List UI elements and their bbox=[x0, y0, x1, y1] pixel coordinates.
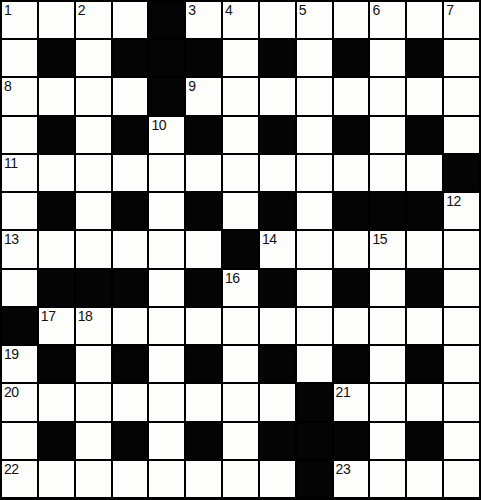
grid-cell[interactable] bbox=[444, 270, 479, 306]
grid-cell[interactable] bbox=[39, 2, 74, 38]
clue-number: 17 bbox=[41, 308, 56, 324]
block-cell bbox=[260, 40, 295, 76]
grid-cell[interactable] bbox=[223, 423, 258, 459]
block-cell bbox=[297, 461, 332, 497]
grid-cell[interactable] bbox=[407, 2, 442, 38]
grid-cell[interactable] bbox=[113, 461, 148, 497]
grid-cell[interactable] bbox=[113, 2, 148, 38]
grid-cell[interactable] bbox=[297, 346, 332, 382]
block-cell bbox=[149, 2, 184, 38]
clue-number: 13 bbox=[4, 231, 19, 247]
grid-cell[interactable] bbox=[39, 78, 74, 114]
clue-number: 16 bbox=[225, 270, 240, 286]
grid-cell[interactable] bbox=[444, 78, 479, 114]
grid-cell[interactable] bbox=[149, 423, 184, 459]
clue-number: 11 bbox=[4, 155, 18, 171]
grid-cell[interactable] bbox=[39, 231, 74, 267]
grid-cell[interactable] bbox=[149, 155, 184, 191]
grid-cell[interactable] bbox=[76, 423, 111, 459]
grid-cell[interactable] bbox=[370, 423, 405, 459]
block-cell bbox=[260, 270, 295, 306]
grid-cell[interactable] bbox=[39, 384, 74, 420]
block-cell bbox=[113, 346, 148, 382]
clue-number: 1 bbox=[4, 2, 11, 18]
grid-cell[interactable] bbox=[186, 384, 221, 420]
grid-cell[interactable] bbox=[297, 40, 332, 76]
clue-number: 4 bbox=[225, 2, 232, 18]
clue-number: 12 bbox=[446, 193, 461, 209]
block-cell bbox=[113, 40, 148, 76]
grid-cell[interactable] bbox=[444, 117, 479, 153]
grid-cell[interactable] bbox=[260, 2, 295, 38]
grid-cell[interactable] bbox=[223, 308, 258, 344]
block-cell bbox=[260, 193, 295, 229]
block-cell bbox=[113, 117, 148, 153]
grid-cell[interactable] bbox=[370, 155, 405, 191]
clue-number: 20 bbox=[4, 384, 19, 400]
grid-cell[interactable] bbox=[76, 40, 111, 76]
block-cell bbox=[334, 346, 369, 382]
grid-cell[interactable] bbox=[2, 40, 37, 76]
grid-cell[interactable] bbox=[2, 423, 37, 459]
block-cell bbox=[334, 40, 369, 76]
grid-cell[interactable]: 8 bbox=[2, 78, 37, 114]
block-cell bbox=[334, 270, 369, 306]
grid-cell[interactable] bbox=[334, 308, 369, 344]
grid-cell[interactable] bbox=[76, 346, 111, 382]
block-cell bbox=[186, 117, 221, 153]
grid-cell[interactable]: 4 bbox=[223, 2, 258, 38]
grid-cell[interactable] bbox=[444, 423, 479, 459]
grid-cell[interactable]: 19 bbox=[2, 346, 37, 382]
block-cell bbox=[39, 40, 74, 76]
block-cell bbox=[407, 270, 442, 306]
grid-cell[interactable] bbox=[370, 78, 405, 114]
block-cell bbox=[444, 155, 479, 191]
grid-cell[interactable] bbox=[297, 193, 332, 229]
block-cell bbox=[186, 423, 221, 459]
crossword-page: 1234567891011121314151617181920212223 bbox=[0, 0, 481, 500]
grid-cell[interactable] bbox=[186, 231, 221, 267]
grid-cell[interactable] bbox=[223, 384, 258, 420]
clue-number: 5 bbox=[299, 2, 306, 18]
block-cell bbox=[149, 78, 184, 114]
grid-cell[interactable] bbox=[260, 461, 295, 497]
grid-cell[interactable]: 16 bbox=[223, 270, 258, 306]
grid-cell[interactable] bbox=[297, 308, 332, 344]
grid-cell[interactable] bbox=[223, 40, 258, 76]
grid-cell[interactable]: 11 bbox=[2, 155, 37, 191]
grid-cell[interactable] bbox=[370, 270, 405, 306]
grid-cell[interactable] bbox=[76, 193, 111, 229]
grid-cell[interactable] bbox=[370, 461, 405, 497]
grid-cell[interactable] bbox=[407, 231, 442, 267]
grid-cell[interactable] bbox=[2, 193, 37, 229]
block-cell bbox=[407, 346, 442, 382]
grid-cell[interactable] bbox=[149, 308, 184, 344]
grid-cell[interactable] bbox=[186, 461, 221, 497]
clue-number: 6 bbox=[372, 2, 379, 18]
block-cell bbox=[334, 423, 369, 459]
grid-cell[interactable]: 1 bbox=[2, 2, 37, 38]
grid-cell[interactable] bbox=[444, 384, 479, 420]
block-cell bbox=[39, 193, 74, 229]
grid-cell[interactable] bbox=[76, 155, 111, 191]
grid-cell[interactable]: 2 bbox=[76, 2, 111, 38]
grid-cell[interactable] bbox=[370, 384, 405, 420]
grid-cell[interactable]: 14 bbox=[260, 231, 295, 267]
grid-cell[interactable] bbox=[76, 384, 111, 420]
grid-cell[interactable] bbox=[186, 308, 221, 344]
block-cell bbox=[2, 308, 37, 344]
block-cell bbox=[113, 270, 148, 306]
clue-number: 2 bbox=[78, 2, 85, 18]
block-cell bbox=[334, 193, 369, 229]
grid-cell[interactable] bbox=[149, 384, 184, 420]
grid-cell[interactable] bbox=[370, 308, 405, 344]
grid-cell[interactable]: 15 bbox=[370, 231, 405, 267]
grid-cell[interactable]: 18 bbox=[76, 308, 111, 344]
grid-cell[interactable] bbox=[297, 270, 332, 306]
grid-cell[interactable] bbox=[407, 308, 442, 344]
block-cell bbox=[407, 117, 442, 153]
grid-cell[interactable] bbox=[149, 270, 184, 306]
grid-cell[interactable] bbox=[444, 461, 479, 497]
clue-number: 9 bbox=[188, 78, 195, 94]
block-cell bbox=[407, 423, 442, 459]
grid-cell[interactable] bbox=[407, 461, 442, 497]
block-cell bbox=[39, 270, 74, 306]
grid-cell[interactable] bbox=[76, 117, 111, 153]
block-cell bbox=[407, 193, 442, 229]
block-cell bbox=[260, 117, 295, 153]
grid-cell[interactable] bbox=[370, 346, 405, 382]
grid-cell[interactable] bbox=[2, 117, 37, 153]
grid-cell[interactable] bbox=[260, 384, 295, 420]
grid-cell[interactable] bbox=[39, 155, 74, 191]
clue-number: 8 bbox=[4, 78, 11, 94]
block-cell bbox=[186, 346, 221, 382]
block-cell bbox=[149, 40, 184, 76]
grid-cell[interactable] bbox=[223, 155, 258, 191]
grid-cell[interactable] bbox=[444, 308, 479, 344]
grid-cell[interactable]: 10 bbox=[149, 117, 184, 153]
clue-number: 19 bbox=[4, 346, 19, 362]
grid-cell[interactable] bbox=[76, 461, 111, 497]
block-cell bbox=[186, 270, 221, 306]
grid-cell[interactable] bbox=[223, 78, 258, 114]
block-cell bbox=[76, 270, 111, 306]
grid-cell[interactable] bbox=[2, 270, 37, 306]
crossword-grid: 1234567891011121314151617181920212223 bbox=[0, 0, 481, 500]
block-cell bbox=[186, 40, 221, 76]
grid-cell[interactable] bbox=[370, 117, 405, 153]
grid-cell[interactable] bbox=[297, 117, 332, 153]
grid-cell[interactable] bbox=[444, 231, 479, 267]
grid-cell[interactable]: 21 bbox=[334, 384, 369, 420]
grid-cell[interactable] bbox=[113, 78, 148, 114]
grid-cell[interactable] bbox=[260, 155, 295, 191]
grid-cell[interactable] bbox=[260, 78, 295, 114]
grid-cell[interactable] bbox=[186, 155, 221, 191]
block-cell bbox=[297, 423, 332, 459]
grid-cell[interactable] bbox=[407, 78, 442, 114]
clue-number: 3 bbox=[188, 2, 195, 18]
grid-cell[interactable] bbox=[334, 78, 369, 114]
block-cell bbox=[113, 423, 148, 459]
grid-cell[interactable]: 12 bbox=[444, 193, 479, 229]
grid-cell[interactable]: 3 bbox=[186, 2, 221, 38]
block-cell bbox=[260, 346, 295, 382]
grid-cell[interactable]: 22 bbox=[2, 461, 37, 497]
grid-cell[interactable] bbox=[149, 461, 184, 497]
grid-cell[interactable] bbox=[149, 231, 184, 267]
grid-cell[interactable] bbox=[113, 155, 148, 191]
grid-cell[interactable] bbox=[444, 40, 479, 76]
clue-number: 7 bbox=[446, 2, 453, 18]
grid-cell[interactable] bbox=[149, 346, 184, 382]
block-cell bbox=[223, 231, 258, 267]
clue-number: 15 bbox=[372, 231, 387, 247]
grid-cell[interactable]: 5 bbox=[297, 2, 332, 38]
grid-cell[interactable]: 20 bbox=[2, 384, 37, 420]
grid-cell[interactable] bbox=[223, 461, 258, 497]
grid-cell[interactable]: 9 bbox=[186, 78, 221, 114]
grid-cell[interactable]: 7 bbox=[444, 2, 479, 38]
grid-cell[interactable] bbox=[297, 155, 332, 191]
grid-cell[interactable] bbox=[444, 346, 479, 382]
block-cell bbox=[370, 193, 405, 229]
block-cell bbox=[39, 117, 74, 153]
grid-cell[interactable] bbox=[297, 78, 332, 114]
block-cell bbox=[407, 40, 442, 76]
block-cell bbox=[186, 193, 221, 229]
block-cell bbox=[39, 346, 74, 382]
grid-cell[interactable] bbox=[113, 308, 148, 344]
grid-cell[interactable] bbox=[39, 461, 74, 497]
grid-cell[interactable] bbox=[113, 231, 148, 267]
grid-cell[interactable] bbox=[113, 384, 148, 420]
grid-cell[interactable] bbox=[297, 231, 332, 267]
clue-number: 10 bbox=[151, 117, 166, 133]
grid-cell[interactable] bbox=[334, 2, 369, 38]
grid-cell[interactable]: 13 bbox=[2, 231, 37, 267]
grid-cell[interactable]: 6 bbox=[370, 2, 405, 38]
clue-number: 18 bbox=[78, 308, 93, 324]
block-cell bbox=[260, 423, 295, 459]
block-cell bbox=[334, 117, 369, 153]
grid-cell[interactable] bbox=[223, 346, 258, 382]
block-cell bbox=[39, 423, 74, 459]
clue-number: 14 bbox=[262, 231, 277, 247]
block-cell bbox=[113, 193, 148, 229]
grid-cell[interactable] bbox=[76, 78, 111, 114]
grid-cell[interactable] bbox=[223, 193, 258, 229]
grid-cell[interactable] bbox=[76, 231, 111, 267]
grid-cell[interactable]: 23 bbox=[334, 461, 369, 497]
block-cell bbox=[297, 384, 332, 420]
clue-number: 23 bbox=[336, 461, 351, 477]
grid-cell[interactable] bbox=[149, 193, 184, 229]
grid-cell[interactable] bbox=[334, 155, 369, 191]
grid-cell[interactable] bbox=[260, 308, 295, 344]
grid-cell[interactable] bbox=[407, 384, 442, 420]
grid-cell[interactable] bbox=[223, 117, 258, 153]
clue-number: 21 bbox=[336, 384, 351, 400]
grid-cell[interactable]: 17 bbox=[39, 308, 74, 344]
grid-cell[interactable] bbox=[370, 40, 405, 76]
grid-cell[interactable] bbox=[407, 155, 442, 191]
grid-cell[interactable] bbox=[334, 231, 369, 267]
clue-number: 22 bbox=[4, 461, 19, 477]
